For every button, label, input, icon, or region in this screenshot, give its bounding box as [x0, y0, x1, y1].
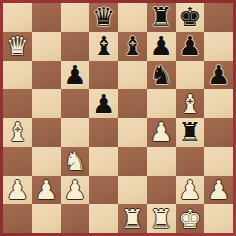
square-b5[interactable] — [32, 89, 61, 118]
black-king: ♚ — [178, 3, 201, 31]
square-c2[interactable]: ♟ — [61, 176, 90, 205]
square-a1[interactable] — [3, 204, 32, 233]
square-b2[interactable]: ♟ — [32, 176, 61, 205]
square-h2[interactable]: ♟ — [204, 176, 233, 205]
square-e2[interactable] — [118, 176, 147, 205]
square-f3[interactable] — [147, 147, 176, 176]
square-c1[interactable] — [61, 204, 90, 233]
white-rook: ♜ — [121, 205, 144, 233]
square-f4[interactable]: ♟ — [147, 118, 176, 147]
square-e5[interactable] — [118, 89, 147, 118]
white-bishop: ♝ — [178, 90, 201, 118]
square-b7[interactable] — [32, 32, 61, 61]
white-king: ♚ — [178, 205, 201, 233]
square-c8[interactable] — [61, 3, 90, 32]
square-c7[interactable] — [61, 32, 90, 61]
square-e8[interactable] — [118, 3, 147, 32]
square-d7[interactable]: ♝ — [89, 32, 118, 61]
square-d3[interactable] — [89, 147, 118, 176]
black-bishop: ♝ — [92, 32, 115, 60]
square-c4[interactable] — [61, 118, 90, 147]
square-a5[interactable] — [3, 89, 32, 118]
square-g3[interactable] — [176, 147, 205, 176]
square-g7[interactable]: ♟ — [176, 32, 205, 61]
square-e1[interactable]: ♜ — [118, 204, 147, 233]
square-g4[interactable]: ♜ — [176, 118, 205, 147]
square-a8[interactable] — [3, 3, 32, 32]
square-f1[interactable]: ♜ — [147, 204, 176, 233]
white-pawn: ♟ — [63, 176, 86, 204]
white-pawn: ♟ — [207, 176, 230, 204]
square-d5[interactable]: ♟ — [89, 89, 118, 118]
square-d4[interactable] — [89, 118, 118, 147]
white-pawn: ♟ — [178, 176, 201, 204]
board-frame: ♛♜♚♛♝♝♟♟♟♞♟♟♝♝♟♜♞♟♟♟♟♟♜♜♚ — [0, 0, 236, 236]
square-e7[interactable]: ♝ — [118, 32, 147, 61]
square-c6[interactable]: ♟ — [61, 61, 90, 90]
white-rook: ♜ — [149, 205, 172, 233]
square-e6[interactable] — [118, 61, 147, 90]
black-knight: ♞ — [149, 61, 172, 89]
white-bishop: ♝ — [6, 118, 29, 146]
square-b8[interactable] — [32, 3, 61, 32]
square-c5[interactable] — [61, 89, 90, 118]
black-bishop: ♝ — [121, 32, 144, 60]
square-a3[interactable] — [3, 147, 32, 176]
square-b6[interactable] — [32, 61, 61, 90]
square-g2[interactable]: ♟ — [176, 176, 205, 205]
square-f7[interactable]: ♟ — [147, 32, 176, 61]
square-a6[interactable] — [3, 61, 32, 90]
black-pawn: ♟ — [92, 90, 115, 118]
square-e4[interactable] — [118, 118, 147, 147]
square-g8[interactable]: ♚ — [176, 3, 205, 32]
black-pawn: ♟ — [207, 61, 230, 89]
square-e3[interactable] — [118, 147, 147, 176]
square-h4[interactable] — [204, 118, 233, 147]
square-b4[interactable] — [32, 118, 61, 147]
black-pawn: ♟ — [149, 32, 172, 60]
square-a7[interactable]: ♛ — [3, 32, 32, 61]
square-h8[interactable] — [204, 3, 233, 32]
black-rook: ♜ — [178, 118, 201, 146]
black-rook: ♜ — [149, 3, 172, 31]
square-h1[interactable] — [204, 204, 233, 233]
square-f2[interactable] — [147, 176, 176, 205]
square-d8[interactable]: ♛ — [89, 3, 118, 32]
square-c3[interactable]: ♞ — [61, 147, 90, 176]
square-b1[interactable] — [32, 204, 61, 233]
square-a2[interactable]: ♟ — [3, 176, 32, 205]
white-pawn: ♟ — [149, 118, 172, 146]
chess-board: ♛♜♚♛♝♝♟♟♟♞♟♟♝♝♟♜♞♟♟♟♟♟♜♜♚ — [3, 3, 233, 233]
white-queen: ♛ — [6, 32, 29, 60]
square-f5[interactable] — [147, 89, 176, 118]
square-d2[interactable] — [89, 176, 118, 205]
black-pawn: ♟ — [63, 61, 86, 89]
square-f6[interactable]: ♞ — [147, 61, 176, 90]
square-g6[interactable] — [176, 61, 205, 90]
square-a4[interactable]: ♝ — [3, 118, 32, 147]
square-b3[interactable] — [32, 147, 61, 176]
square-d6[interactable] — [89, 61, 118, 90]
white-pawn: ♟ — [34, 176, 57, 204]
square-g5[interactable]: ♝ — [176, 89, 205, 118]
black-pawn: ♟ — [178, 32, 201, 60]
square-h6[interactable]: ♟ — [204, 61, 233, 90]
square-d1[interactable] — [89, 204, 118, 233]
square-h3[interactable] — [204, 147, 233, 176]
square-h5[interactable] — [204, 89, 233, 118]
square-f8[interactable]: ♜ — [147, 3, 176, 32]
black-queen: ♛ — [92, 3, 115, 31]
square-h7[interactable] — [204, 32, 233, 61]
white-pawn: ♟ — [6, 176, 29, 204]
square-g1[interactable]: ♚ — [176, 204, 205, 233]
white-knight: ♞ — [63, 147, 86, 175]
